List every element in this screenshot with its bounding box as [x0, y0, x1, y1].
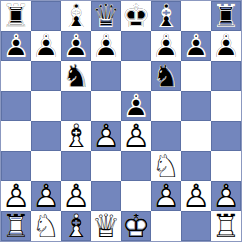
- black-pawn-icon: ♙: [1, 31, 31, 61]
- black-pawn-icon: ♙: [91, 31, 121, 61]
- black-pawn-icon: ♙: [121, 91, 151, 121]
- white-bishop-icon: ♗: [61, 211, 91, 241]
- white-pawn-fill: ♟: [31, 181, 61, 211]
- black-rook-fill: ♜: [211, 1, 241, 31]
- square-b7[interactable]: ♟♙: [31, 31, 61, 61]
- square-b4[interactable]: [31, 121, 61, 151]
- black-queen-fill: ♛: [91, 1, 121, 31]
- square-g1[interactable]: [181, 211, 211, 241]
- white-queen-fill: ♛: [91, 211, 121, 241]
- white-pawn-fill: ♟: [121, 121, 151, 151]
- black-knight-fill: ♞: [61, 61, 91, 91]
- square-h1[interactable]: ♜♖: [211, 211, 241, 241]
- black-king-fill: ♚: [121, 1, 151, 31]
- square-d5[interactable]: [91, 91, 121, 121]
- white-knight-fill: ♞: [151, 151, 181, 181]
- black-bishop-icon: ♗: [151, 1, 181, 31]
- square-a5[interactable]: [1, 91, 31, 121]
- square-c2[interactable]: ♟♙: [61, 181, 91, 211]
- square-f6[interactable]: ♞♘: [151, 61, 181, 91]
- black-pawn-icon: ♙: [181, 31, 211, 61]
- black-rook-icon: ♖: [211, 1, 241, 31]
- white-pawn-icon: ♙: [151, 181, 181, 211]
- white-bishop-fill: ♝: [61, 211, 91, 241]
- square-d2[interactable]: [91, 181, 121, 211]
- square-d1[interactable]: ♛♕: [91, 211, 121, 241]
- square-h8[interactable]: ♜♖: [211, 1, 241, 31]
- white-pawn-icon: ♙: [181, 181, 211, 211]
- white-rook-fill: ♜: [1, 211, 31, 241]
- square-b1[interactable]: ♞♘: [31, 211, 61, 241]
- black-king-icon: ♔: [121, 1, 151, 31]
- square-a2[interactable]: ♟♙: [1, 181, 31, 211]
- black-pawn-fill: ♟: [1, 31, 31, 61]
- white-king-icon: ♔: [121, 211, 151, 241]
- black-pawn-fill: ♟: [211, 31, 241, 61]
- square-e4[interactable]: ♟♙: [121, 121, 151, 151]
- white-pawn-icon: ♙: [91, 121, 121, 151]
- square-g6[interactable]: [181, 61, 211, 91]
- black-pawn-fill: ♟: [121, 91, 151, 121]
- square-e7[interactable]: [121, 31, 151, 61]
- square-d7[interactable]: ♟♙: [91, 31, 121, 61]
- square-e6[interactable]: [121, 61, 151, 91]
- square-e2[interactable]: [121, 181, 151, 211]
- square-c3[interactable]: [61, 151, 91, 181]
- square-f4[interactable]: [151, 121, 181, 151]
- square-d6[interactable]: [91, 61, 121, 91]
- black-knight-fill: ♞: [151, 61, 181, 91]
- black-pawn-icon: ♙: [211, 31, 241, 61]
- square-g3[interactable]: [181, 151, 211, 181]
- square-d3[interactable]: [91, 151, 121, 181]
- square-h6[interactable]: [211, 61, 241, 91]
- square-e1[interactable]: ♚♔: [121, 211, 151, 241]
- black-knight-icon: ♘: [151, 61, 181, 91]
- white-pawn-fill: ♟: [91, 121, 121, 151]
- square-a8[interactable]: ♜♖: [1, 1, 31, 31]
- white-queen-icon: ♕: [91, 211, 121, 241]
- black-pawn-fill: ♟: [151, 31, 181, 61]
- black-bishop-fill: ♝: [151, 1, 181, 31]
- square-f8[interactable]: ♝♗: [151, 1, 181, 31]
- white-knight-icon: ♘: [151, 151, 181, 181]
- square-g4[interactable]: [181, 121, 211, 151]
- square-g5[interactable]: [181, 91, 211, 121]
- square-a3[interactable]: [1, 151, 31, 181]
- square-f7[interactable]: ♟♙: [151, 31, 181, 61]
- square-c6[interactable]: ♞♘: [61, 61, 91, 91]
- white-king-fill: ♚: [121, 211, 151, 241]
- square-f5[interactable]: [151, 91, 181, 121]
- white-knight-fill: ♞: [31, 211, 61, 241]
- white-pawn-icon: ♙: [211, 181, 241, 211]
- white-rook-fill: ♜: [211, 211, 241, 241]
- white-pawn-fill: ♟: [211, 181, 241, 211]
- square-b2[interactable]: ♟♙: [31, 181, 61, 211]
- square-c4[interactable]: ♝♗: [61, 121, 91, 151]
- white-pawn-icon: ♙: [31, 181, 61, 211]
- white-knight-icon: ♘: [31, 211, 61, 241]
- white-pawn-icon: ♙: [121, 121, 151, 151]
- white-rook-icon: ♖: [211, 211, 241, 241]
- square-c1[interactable]: ♝♗: [61, 211, 91, 241]
- white-bishop-fill: ♝: [61, 121, 91, 151]
- square-c8[interactable]: ♝♗: [61, 1, 91, 31]
- black-rook-icon: ♖: [1, 1, 31, 31]
- square-e3[interactable]: [121, 151, 151, 181]
- square-c7[interactable]: ♟♙: [61, 31, 91, 61]
- white-pawn-fill: ♟: [1, 181, 31, 211]
- square-d8[interactable]: ♛♕: [91, 1, 121, 31]
- square-h3[interactable]: [211, 151, 241, 181]
- black-pawn-fill: ♟: [31, 31, 61, 61]
- black-pawn-fill: ♟: [181, 31, 211, 61]
- white-pawn-icon: ♙: [61, 181, 91, 211]
- square-f2[interactable]: ♟♙: [151, 181, 181, 211]
- square-g7[interactable]: ♟♙: [181, 31, 211, 61]
- white-rook-icon: ♖: [1, 211, 31, 241]
- square-g2[interactable]: ♟♙: [181, 181, 211, 211]
- square-b8[interactable]: [31, 1, 61, 31]
- black-rook-fill: ♜: [1, 1, 31, 31]
- black-bishop-icon: ♗: [61, 1, 91, 31]
- square-c5[interactable]: [61, 91, 91, 121]
- square-h2[interactable]: ♟♙: [211, 181, 241, 211]
- square-h5[interactable]: [211, 91, 241, 121]
- black-pawn-fill: ♟: [61, 31, 91, 61]
- black-pawn-icon: ♙: [31, 31, 61, 61]
- square-a1[interactable]: ♜♖: [1, 211, 31, 241]
- black-queen-icon: ♕: [91, 1, 121, 31]
- white-bishop-icon: ♗: [61, 121, 91, 151]
- white-pawn-fill: ♟: [181, 181, 211, 211]
- square-b6[interactable]: [31, 61, 61, 91]
- square-f3[interactable]: ♞♘: [151, 151, 181, 181]
- square-g8[interactable]: [181, 1, 211, 31]
- square-a6[interactable]: [1, 61, 31, 91]
- black-bishop-fill: ♝: [61, 1, 91, 31]
- square-h4[interactable]: [211, 121, 241, 151]
- square-e8[interactable]: ♚♔: [121, 1, 151, 31]
- square-h7[interactable]: ♟♙: [211, 31, 241, 61]
- square-e5[interactable]: ♟♙: [121, 91, 151, 121]
- white-pawn-icon: ♙: [1, 181, 31, 211]
- black-pawn-icon: ♙: [151, 31, 181, 61]
- square-b3[interactable]: [31, 151, 61, 181]
- chess-board: ♜♖♝♗♛♕♚♔♝♗♜♖♟♙♟♙♟♙♟♙♟♙♟♙♟♙♞♘♞♘♟♙♝♗♟♙♟♙♞♘…: [0, 0, 242, 242]
- black-pawn-fill: ♟: [91, 31, 121, 61]
- black-pawn-icon: ♙: [61, 31, 91, 61]
- square-b5[interactable]: [31, 91, 61, 121]
- square-a4[interactable]: [1, 121, 31, 151]
- white-pawn-fill: ♟: [151, 181, 181, 211]
- black-knight-icon: ♘: [61, 61, 91, 91]
- square-a7[interactable]: ♟♙: [1, 31, 31, 61]
- square-f1[interactable]: [151, 211, 181, 241]
- square-d4[interactable]: ♟♙: [91, 121, 121, 151]
- white-pawn-fill: ♟: [61, 181, 91, 211]
